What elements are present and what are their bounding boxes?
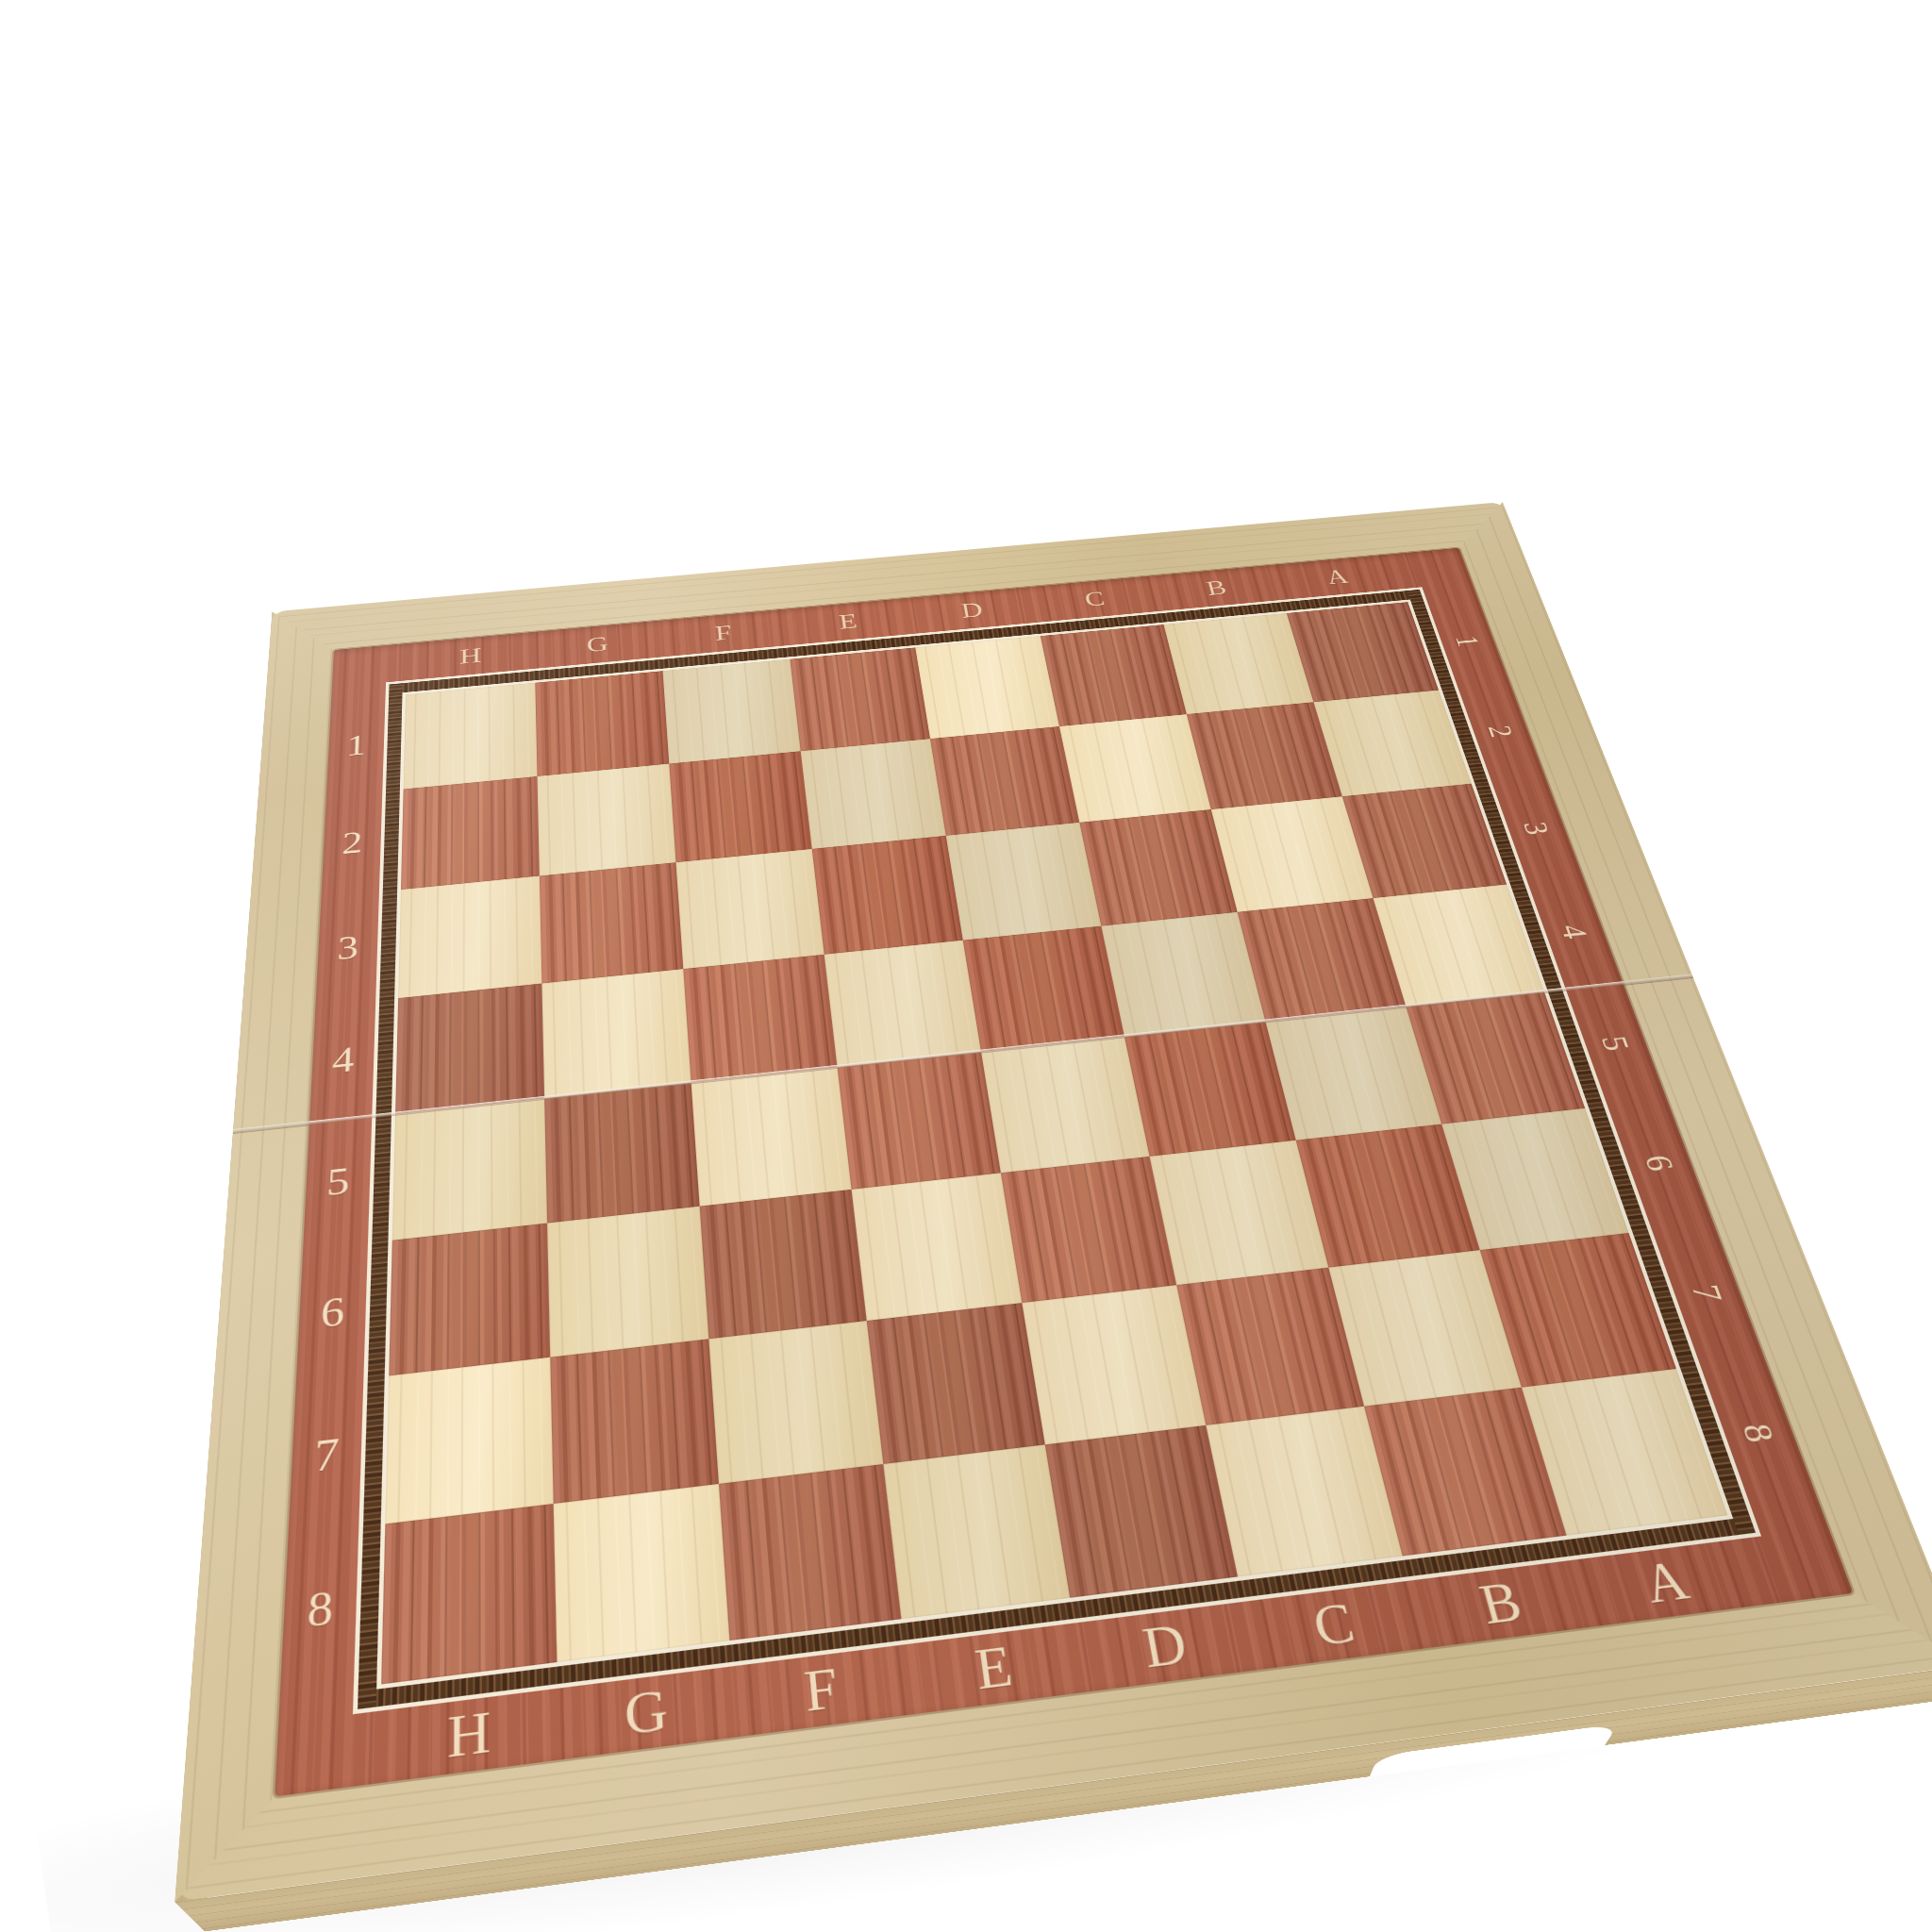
square-a6 [1441, 1108, 1629, 1250]
square-h7 [385, 1357, 553, 1524]
square-f1 [662, 659, 800, 764]
square-b6 [1296, 1124, 1480, 1267]
square-e5 [837, 1052, 1001, 1189]
square-f2 [669, 751, 811, 862]
square-d8 [1045, 1424, 1238, 1597]
square-h3 [398, 876, 541, 998]
square-d5 [981, 1037, 1149, 1173]
file-label-bottom-f: F [802, 1660, 840, 1722]
square-c1 [1040, 625, 1186, 726]
square-h2 [401, 776, 539, 890]
chess-board: 12345678 12345678 HGFEDCBA HGFEDCBA [175, 502, 1932, 1902]
square-h8 [381, 1504, 557, 1685]
square-d1 [915, 636, 1058, 739]
rank-label-left-7: 7 [313, 1432, 340, 1479]
hinge-seam-left [233, 1121, 309, 1134]
square-h6 [389, 1223, 549, 1375]
square-f6 [700, 1189, 867, 1339]
rank-label-left-1: 1 [346, 730, 367, 760]
frame-rail-right [1443, 502, 1932, 1676]
file-label-bottom-h: H [447, 1704, 491, 1768]
square-d7 [1022, 1285, 1205, 1444]
square-e6 [851, 1173, 1022, 1321]
square-a8 [1521, 1368, 1727, 1535]
file-label-top-d: D [959, 599, 984, 621]
rank-label-left-3: 3 [337, 931, 359, 966]
file-label-bottom-a: A [1637, 1553, 1694, 1612]
product-photo-scene: 12345678 12345678 HGFEDCBA HGFEDCBA [0, 0, 1932, 1932]
file-label-top-e: E [838, 610, 858, 632]
square-h1 [404, 683, 537, 789]
square-e8 [883, 1444, 1070, 1619]
square-e7 [866, 1303, 1044, 1463]
square-b8 [1364, 1387, 1566, 1556]
square-g1 [535, 671, 669, 775]
square-e2 [800, 739, 945, 849]
rank-label-right-7: 7 [1686, 1282, 1729, 1303]
square-g2 [537, 763, 675, 875]
square-c4 [1101, 911, 1266, 1036]
square-g7 [550, 1339, 719, 1503]
file-label-bottom-c: C [1308, 1595, 1359, 1656]
square-e4 [824, 940, 981, 1067]
square-e1 [790, 647, 930, 751]
frame-rail-left [175, 606, 336, 1902]
square-g8 [553, 1483, 729, 1662]
rank-label-right-6: 6 [1639, 1154, 1680, 1174]
square-h5 [392, 1098, 547, 1240]
square-f4 [683, 954, 837, 1082]
board-top-face: 12345678 12345678 HGFEDCBA HGFEDCBA [175, 502, 1932, 1902]
square-c8 [1206, 1406, 1403, 1576]
file-label-bottom-g: G [624, 1681, 669, 1744]
file-label-top-h: H [459, 644, 481, 667]
square-d4 [963, 925, 1124, 1052]
rank-label-left-5: 5 [325, 1162, 350, 1203]
file-label-bottom-d: D [1139, 1616, 1191, 1677]
rank-label-left-2: 2 [341, 827, 363, 859]
rank-label-left-8: 8 [307, 1584, 335, 1636]
file-label-bottom-b: B [1474, 1574, 1527, 1634]
square-g5 [544, 1083, 700, 1223]
square-g6 [547, 1206, 709, 1357]
square-c3 [1079, 809, 1238, 925]
square-d2 [930, 726, 1079, 836]
square-d6 [1001, 1156, 1176, 1303]
square-a7 [1479, 1233, 1676, 1387]
square-c2 [1058, 714, 1210, 823]
file-label-bottom-e: E [973, 1638, 1016, 1699]
rank-label-left-4: 4 [331, 1042, 355, 1080]
rank-label-left-6: 6 [320, 1291, 345, 1335]
rank-label-right-8: 8 [1736, 1422, 1781, 1444]
walnut-border-bottom [358, 1517, 1756, 1709]
square-f8 [719, 1464, 901, 1641]
square-e3 [811, 836, 962, 955]
square-f3 [675, 849, 824, 969]
square-g4 [541, 969, 691, 1099]
square-g3 [539, 862, 683, 983]
square-c6 [1149, 1140, 1328, 1285]
square-d3 [946, 823, 1101, 940]
square-c7 [1176, 1268, 1364, 1425]
square-f5 [691, 1067, 851, 1206]
file-label-top-f: F [714, 622, 732, 643]
square-f7 [708, 1321, 882, 1483]
square-h4 [395, 983, 544, 1114]
file-label-top-g: G [586, 633, 608, 656]
square-b7 [1328, 1250, 1521, 1406]
